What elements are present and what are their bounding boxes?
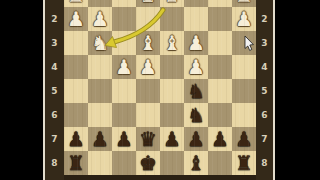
rank-label-1: 1 (256, 0, 273, 7)
square-h7[interactable]: ♟ (64, 127, 88, 151)
square-d8[interactable] (160, 151, 184, 175)
square-f1[interactable] (112, 0, 136, 7)
rank-label-5: 5 (256, 79, 273, 103)
board: ♜♚♛♜♟♟♟♞♝♝♟♟♟♟♞♞♟♟♟♛♟♟♟♟♜♚♝♜ (64, 0, 256, 180)
square-e7[interactable]: ♛ (136, 127, 160, 151)
square-e8[interactable]: ♚ (136, 151, 160, 175)
square-c1[interactable] (184, 0, 208, 7)
square-e2[interactable] (136, 7, 160, 31)
piece-white-bishop-e3[interactable]: ♝ (136, 31, 160, 55)
square-b7[interactable]: ♟ (208, 127, 232, 151)
square-d4[interactable] (160, 55, 184, 79)
piece-black-knight-c5[interactable]: ♞ (184, 79, 208, 103)
piece-white-bishop-d3[interactable]: ♝ (160, 31, 184, 55)
rank-label-6: 6 (45, 103, 64, 127)
square-d6[interactable] (160, 103, 184, 127)
piece-black-queen-e7[interactable]: ♛ (136, 127, 160, 151)
square-b4[interactable] (208, 55, 232, 79)
square-b6[interactable] (208, 103, 232, 127)
square-g5[interactable] (88, 79, 112, 103)
rank-label-4: 4 (256, 55, 273, 79)
square-a8[interactable]: ♜ (232, 151, 256, 175)
piece-black-bishop-c8[interactable]: ♝ (184, 151, 208, 175)
square-f5[interactable] (112, 79, 136, 103)
piece-black-pawn-a7[interactable]: ♟ (232, 127, 256, 151)
piece-black-pawn-g7[interactable]: ♟ (88, 127, 112, 151)
square-e6[interactable] (136, 103, 160, 127)
rank-label-8: 8 (45, 151, 64, 175)
piece-white-pawn-h2[interactable]: ♟ (64, 7, 88, 31)
piece-black-rook-a8[interactable]: ♜ (232, 151, 256, 175)
square-c3[interactable]: ♟ (184, 31, 208, 55)
square-g1[interactable] (88, 0, 112, 7)
piece-black-knight-c6[interactable]: ♞ (184, 103, 208, 127)
chess-board-widget: 12345678 ♜♚♛♜♟♟♟♞♝♝♟♟♟♟♞♞♟♟♟♛♟♟♟♟♜♚♝♜ 12… (43, 0, 275, 180)
rank-label-5: 5 (45, 79, 64, 103)
square-g7[interactable]: ♟ (88, 127, 112, 151)
square-f2[interactable] (112, 7, 136, 31)
rank-label-1: 1 (45, 0, 64, 7)
rank-label-3: 3 (256, 31, 273, 55)
piece-white-pawn-c4[interactable]: ♟ (184, 55, 208, 79)
rank-label-6: 6 (256, 103, 273, 127)
square-e4[interactable]: ♟ (136, 55, 160, 79)
piece-black-pawn-c7[interactable]: ♟ (184, 127, 208, 151)
square-f6[interactable] (112, 103, 136, 127)
rank-label-8: 8 (256, 151, 273, 175)
square-b1[interactable] (208, 0, 232, 7)
square-e3[interactable]: ♝ (136, 31, 160, 55)
square-c4[interactable]: ♟ (184, 55, 208, 79)
piece-black-pawn-b7[interactable]: ♟ (208, 127, 232, 151)
piece-black-pawn-d7[interactable]: ♟ (160, 127, 184, 151)
square-d5[interactable] (160, 79, 184, 103)
square-c7[interactable]: ♟ (184, 127, 208, 151)
rank-label-4: 4 (45, 55, 64, 79)
piece-white-pawn-a2[interactable]: ♟ (232, 7, 256, 31)
square-c8[interactable]: ♝ (184, 151, 208, 175)
square-g3[interactable]: ♞ (88, 31, 112, 55)
rank-label-7: 7 (45, 127, 64, 151)
square-c2[interactable] (184, 7, 208, 31)
square-b5[interactable] (208, 79, 232, 103)
square-a5[interactable] (232, 79, 256, 103)
square-d2[interactable] (160, 7, 184, 31)
rank-label-2: 2 (256, 7, 273, 31)
square-d7[interactable]: ♟ (160, 127, 184, 151)
square-c6[interactable]: ♞ (184, 103, 208, 127)
square-c5[interactable]: ♞ (184, 79, 208, 103)
piece-white-pawn-e4[interactable]: ♟ (136, 55, 160, 79)
piece-white-rook-h1[interactable]: ♜ (64, 0, 88, 7)
square-g4[interactable] (88, 55, 112, 79)
square-h2[interactable]: ♟ (64, 7, 88, 31)
square-f8[interactable] (112, 151, 136, 175)
rank-label-2: 2 (45, 7, 64, 31)
square-e5[interactable] (136, 79, 160, 103)
square-a1[interactable]: ♜ (232, 0, 256, 7)
square-a4[interactable] (232, 55, 256, 79)
square-f3[interactable] (112, 31, 136, 55)
square-h8[interactable]: ♜ (64, 151, 88, 175)
piece-black-pawn-h7[interactable]: ♟ (64, 127, 88, 151)
square-d1[interactable]: ♛ (160, 0, 184, 7)
square-f7[interactable]: ♟ (112, 127, 136, 151)
square-a7[interactable]: ♟ (232, 127, 256, 151)
square-a2[interactable]: ♟ (232, 7, 256, 31)
piece-white-pawn-c3[interactable]: ♟ (184, 31, 208, 55)
piece-white-queen-d1[interactable]: ♛ (160, 0, 184, 7)
piece-black-rook-h8[interactable]: ♜ (64, 151, 88, 175)
square-g2[interactable]: ♟ (88, 7, 112, 31)
square-e1[interactable]: ♚ (136, 0, 160, 7)
square-b2[interactable] (208, 7, 232, 31)
board-grid: ♜♚♛♜♟♟♟♞♝♝♟♟♟♟♞♞♟♟♟♛♟♟♟♟♜♚♝♜ (64, 0, 256, 175)
square-h4[interactable] (64, 55, 88, 79)
piece-white-pawn-f4[interactable]: ♟ (112, 55, 136, 79)
square-g8[interactable] (88, 151, 112, 175)
square-d3[interactable]: ♝ (160, 31, 184, 55)
rank-labels-left: 12345678 (45, 0, 64, 180)
square-h6[interactable] (64, 103, 88, 127)
piece-white-pawn-g2[interactable]: ♟ (88, 7, 112, 31)
square-g6[interactable] (88, 103, 112, 127)
rank-label-3: 3 (45, 31, 64, 55)
square-f4[interactable]: ♟ (112, 55, 136, 79)
rank-labels-right: 12345678 (256, 0, 273, 180)
board-right-border (273, 0, 275, 180)
square-b3[interactable] (208, 31, 232, 55)
square-h3[interactable] (64, 31, 88, 55)
square-h1[interactable]: ♜ (64, 0, 88, 7)
piece-white-knight-g3[interactable]: ♞ (88, 31, 112, 55)
square-b8[interactable] (208, 151, 232, 175)
piece-white-king-e1[interactable]: ♚ (136, 0, 160, 7)
screenshot-stage: 12345678 ♜♚♛♜♟♟♟♞♝♝♟♟♟♟♞♞♟♟♟♛♟♟♟♟♜♚♝♜ 12… (0, 0, 320, 180)
file-label-strip-clipped (64, 175, 256, 180)
square-a6[interactable] (232, 103, 256, 127)
piece-black-pawn-f7[interactable]: ♟ (112, 127, 136, 151)
square-a3[interactable] (232, 31, 256, 55)
piece-black-king-e8[interactable]: ♚ (136, 151, 160, 175)
piece-white-rook-a1[interactable]: ♜ (232, 0, 256, 7)
rank-label-7: 7 (256, 127, 273, 151)
square-h5[interactable] (64, 79, 88, 103)
